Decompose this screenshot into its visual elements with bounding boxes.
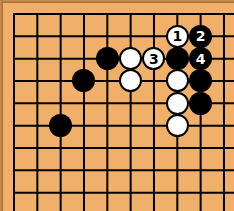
black-stone <box>96 47 119 70</box>
board-intersection: 2 <box>189 25 212 47</box>
board-intersection <box>166 47 189 69</box>
board-intersection <box>166 114 189 136</box>
black-stone <box>189 69 212 92</box>
board-intersection <box>189 92 212 114</box>
board-intersection <box>189 70 212 92</box>
black-stone <box>189 92 212 115</box>
board-intersection: 4 <box>189 47 212 69</box>
board-intersection <box>166 70 189 92</box>
white-stone <box>166 69 189 92</box>
board-intersection <box>72 70 95 92</box>
white-stone-move-1: 1 <box>166 25 189 48</box>
board-intersection: 1 <box>166 25 189 47</box>
board-intersection: 3 <box>142 47 165 69</box>
go-diagram: 1234 <box>0 0 234 211</box>
black-stone <box>166 47 189 70</box>
board-intersection <box>166 92 189 114</box>
black-stone <box>49 114 72 137</box>
white-stone <box>119 47 142 70</box>
board-intersection <box>119 47 142 69</box>
go-board: 1234 <box>2 3 234 204</box>
board-intersection <box>119 70 142 92</box>
board-intersection <box>96 47 119 69</box>
black-stone <box>72 69 95 92</box>
black-stone-move-2: 2 <box>189 25 212 48</box>
white-stone <box>166 114 189 137</box>
board-edge-top <box>0 0 234 3</box>
white-stone-move-3: 3 <box>142 47 165 70</box>
board-intersection <box>49 114 72 136</box>
board-edge-left <box>0 0 3 211</box>
black-stone-move-4: 4 <box>189 47 212 70</box>
white-stone <box>166 92 189 115</box>
white-stone <box>119 69 142 92</box>
